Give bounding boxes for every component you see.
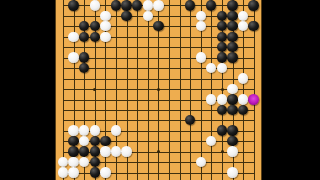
black-stone bbox=[227, 11, 237, 21]
black-stone bbox=[227, 42, 237, 52]
black-stone bbox=[79, 52, 89, 62]
viewport bbox=[0, 0, 320, 180]
black-stone bbox=[121, 0, 131, 10]
white-stone bbox=[90, 0, 100, 10]
white-stone bbox=[238, 11, 248, 21]
white-stone bbox=[206, 63, 216, 73]
white-stone bbox=[111, 146, 121, 156]
white-stone bbox=[217, 63, 227, 73]
black-stone bbox=[238, 105, 248, 115]
black-stone bbox=[206, 0, 216, 10]
black-stone bbox=[185, 0, 195, 10]
stones-layer bbox=[58, 0, 259, 180]
white-stone bbox=[90, 125, 100, 135]
go-board[interactable] bbox=[55, 0, 262, 180]
black-stone bbox=[217, 42, 227, 52]
white-stone bbox=[100, 21, 110, 31]
black-stone bbox=[68, 136, 78, 146]
black-stone bbox=[227, 94, 237, 104]
black-stone bbox=[90, 167, 100, 177]
black-stone bbox=[100, 136, 110, 146]
white-stone bbox=[238, 21, 248, 31]
black-stone bbox=[90, 21, 100, 31]
white-stone bbox=[143, 0, 153, 10]
white-stone bbox=[153, 0, 163, 10]
black-stone bbox=[227, 125, 237, 135]
white-stone bbox=[100, 146, 110, 156]
black-stone bbox=[90, 32, 100, 42]
black-stone bbox=[185, 115, 195, 125]
black-stone bbox=[227, 136, 237, 146]
black-stone bbox=[79, 146, 89, 156]
black-stone bbox=[217, 125, 227, 135]
black-stone bbox=[227, 105, 237, 115]
black-stone bbox=[227, 52, 237, 62]
white-stone bbox=[68, 32, 78, 42]
white-stone bbox=[196, 11, 206, 21]
white-stone bbox=[68, 52, 78, 62]
white-stone bbox=[100, 11, 110, 21]
black-stone bbox=[90, 136, 100, 146]
black-stone bbox=[132, 0, 142, 10]
white-stone bbox=[121, 146, 131, 156]
black-stone bbox=[248, 21, 258, 31]
black-stone bbox=[79, 63, 89, 73]
white-stone bbox=[79, 157, 89, 167]
black-stone bbox=[121, 11, 131, 21]
white-stone bbox=[68, 125, 78, 135]
black-stone bbox=[227, 0, 237, 10]
black-stone bbox=[111, 0, 121, 10]
white-stone bbox=[68, 157, 78, 167]
white-stone bbox=[238, 73, 248, 83]
white-stone bbox=[100, 167, 110, 177]
black-stone bbox=[217, 11, 227, 21]
white-stone bbox=[68, 167, 78, 177]
black-stone bbox=[227, 32, 237, 42]
white-stone bbox=[58, 157, 68, 167]
white-stone bbox=[143, 11, 153, 21]
black-stone bbox=[90, 146, 100, 156]
black-stone bbox=[217, 52, 227, 62]
black-stone bbox=[248, 0, 258, 10]
screenshot-root: { "game": "go", "board": { "size": 19, "… bbox=[0, 0, 320, 180]
white-stone bbox=[227, 84, 237, 94]
white-stone bbox=[58, 167, 68, 177]
black-stone bbox=[68, 146, 78, 156]
white-stone bbox=[206, 136, 216, 146]
black-stone bbox=[68, 0, 78, 10]
black-stone bbox=[90, 157, 100, 167]
black-stone bbox=[217, 105, 227, 115]
black-stone bbox=[79, 32, 89, 42]
white-stone bbox=[79, 125, 89, 135]
white-stone bbox=[206, 94, 216, 104]
white-stone bbox=[227, 167, 237, 177]
white-stone bbox=[196, 21, 206, 31]
white-stone bbox=[196, 52, 206, 62]
black-stone bbox=[227, 21, 237, 31]
black-stone bbox=[217, 21, 227, 31]
white-stone bbox=[79, 136, 89, 146]
white-stone bbox=[111, 125, 121, 135]
white-stone bbox=[217, 94, 227, 104]
black-stone bbox=[79, 21, 89, 31]
white-stone bbox=[100, 32, 110, 42]
white-stone bbox=[238, 94, 248, 104]
black-stone bbox=[153, 21, 163, 31]
black-stone bbox=[217, 32, 227, 42]
last-move-marked-stone bbox=[248, 94, 258, 104]
white-stone bbox=[196, 157, 206, 167]
white-stone bbox=[227, 146, 237, 156]
